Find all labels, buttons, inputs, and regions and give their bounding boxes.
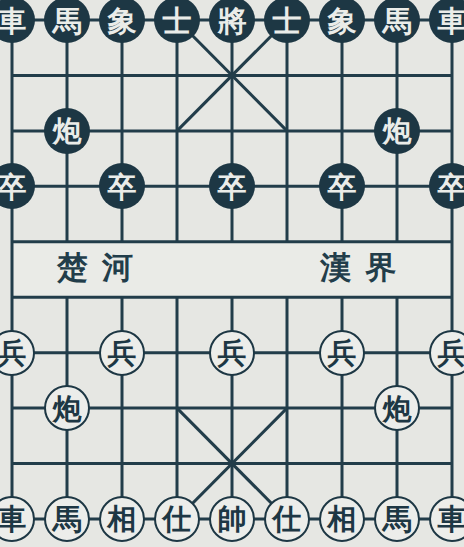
piece-black-chariot[interactable]: 車 [429, 0, 464, 43]
piece-red-soldier[interactable]: 兵 [209, 330, 255, 376]
piece-black-advisor[interactable]: 士 [264, 0, 310, 43]
piece-red-cannon[interactable]: 炮 [374, 385, 420, 431]
piece-glyph: 兵 [0, 339, 27, 368]
piece-glyph: 車 [0, 7, 27, 36]
piece-red-soldier[interactable]: 兵 [0, 330, 35, 376]
piece-glyph: 馬 [383, 7, 412, 36]
piece-glyph: 馬 [383, 505, 412, 534]
piece-red-cannon[interactable]: 炮 [44, 385, 90, 431]
piece-glyph: 卒 [0, 173, 27, 202]
piece-glyph: 相 [328, 505, 357, 534]
piece-red-advisor[interactable]: 仕 [264, 496, 310, 542]
piece-black-elephant[interactable]: 象 [99, 0, 145, 43]
piece-red-soldier[interactable]: 兵 [429, 330, 464, 376]
piece-glyph: 炮 [383, 395, 412, 424]
piece-black-soldier[interactable]: 卒 [99, 163, 145, 209]
piece-glyph: 卒 [218, 173, 247, 202]
piece-black-soldier[interactable]: 卒 [209, 163, 255, 209]
piece-glyph: 象 [108, 7, 137, 36]
piece-black-soldier[interactable]: 卒 [319, 163, 365, 209]
piece-red-general[interactable]: 帥 [209, 496, 255, 542]
piece-glyph: 士 [273, 7, 302, 36]
piece-black-cannon[interactable]: 炮 [374, 108, 420, 154]
piece-black-soldier[interactable]: 卒 [429, 163, 464, 209]
piece-glyph: 仕 [163, 505, 192, 534]
piece-red-soldier[interactable]: 兵 [319, 330, 365, 376]
piece-black-horse[interactable]: 馬 [44, 0, 90, 43]
piece-glyph: 兵 [328, 339, 357, 368]
piece-glyph: 炮 [53, 395, 82, 424]
piece-glyph: 兵 [108, 339, 137, 368]
piece-red-soldier[interactable]: 兵 [99, 330, 145, 376]
piece-glyph: 帥 [218, 505, 247, 534]
piece-glyph: 車 [0, 505, 27, 534]
xiangqi-board: 楚河 漢界 車馬象士將士象馬車炮炮卒卒卒卒卒兵兵兵兵兵炮炮車馬相仕帥仕相馬車 [0, 0, 464, 547]
piece-black-elephant[interactable]: 象 [319, 0, 365, 43]
piece-glyph: 將 [218, 7, 247, 36]
piece-black-soldier[interactable]: 卒 [0, 163, 35, 209]
piece-red-horse[interactable]: 馬 [374, 496, 420, 542]
piece-glyph: 相 [108, 505, 137, 534]
piece-red-elephant[interactable]: 相 [319, 496, 365, 542]
piece-black-horse[interactable]: 馬 [374, 0, 420, 43]
piece-glyph: 炮 [53, 117, 82, 146]
piece-glyph: 車 [438, 7, 464, 36]
piece-glyph: 象 [328, 7, 357, 36]
piece-black-cannon[interactable]: 炮 [44, 108, 90, 154]
piece-glyph: 卒 [438, 173, 464, 202]
piece-glyph: 仕 [273, 505, 302, 534]
piece-glyph: 卒 [328, 173, 357, 202]
piece-glyph: 馬 [53, 505, 82, 534]
piece-glyph: 馬 [53, 7, 82, 36]
piece-red-chariot[interactable]: 車 [0, 496, 35, 542]
piece-red-horse[interactable]: 馬 [44, 496, 90, 542]
piece-red-advisor[interactable]: 仕 [154, 496, 200, 542]
piece-black-advisor[interactable]: 士 [154, 0, 200, 43]
piece-glyph: 兵 [218, 339, 247, 368]
piece-black-general[interactable]: 將 [209, 0, 255, 43]
piece-glyph: 卒 [108, 173, 137, 202]
piece-glyph: 車 [438, 505, 464, 534]
piece-grid: 車馬象士將士象馬車炮炮卒卒卒卒卒兵兵兵兵兵炮炮車馬相仕帥仕相馬車 [0, 0, 464, 547]
piece-red-chariot[interactable]: 車 [429, 496, 464, 542]
piece-red-elephant[interactable]: 相 [99, 496, 145, 542]
piece-glyph: 士 [163, 7, 192, 36]
piece-glyph: 炮 [383, 117, 412, 146]
piece-black-chariot[interactable]: 車 [0, 0, 35, 43]
piece-glyph: 兵 [438, 339, 464, 368]
